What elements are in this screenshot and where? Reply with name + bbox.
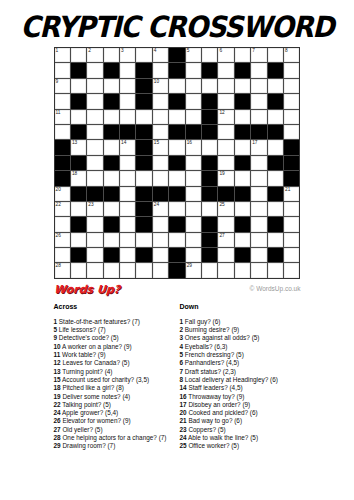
- clue-item-3: 3 Ones against all odds? (5): [180, 334, 300, 342]
- white-cell-r6c11[interactable]: [218, 125, 233, 139]
- black-cell-r2c12: [235, 63, 250, 77]
- white-cell-r3c12[interactable]: [235, 79, 250, 93]
- black-cell-r12c2: [71, 217, 86, 231]
- cell-number-19: 19: [219, 171, 224, 177]
- white-cell-r10c13[interactable]: [251, 187, 266, 201]
- black-cell-r4c6: [136, 94, 151, 108]
- cell-number-14: 14: [121, 140, 126, 146]
- white-cell-r9c9[interactable]: [186, 171, 201, 185]
- white-cell-r1c3[interactable]: 2: [87, 48, 102, 62]
- black-cell-r2c10: [202, 63, 217, 77]
- black-cell-r14c14: [268, 248, 283, 262]
- white-cell-r15c7[interactable]: [153, 263, 168, 277]
- crossword-grid[interactable]: 1234567891011121314151617181920212223242…: [54, 47, 301, 279]
- black-cell-r3c6: [136, 79, 151, 93]
- white-cell-r13c15[interactable]: [284, 233, 299, 247]
- white-cell-r14c1[interactable]: [55, 248, 70, 262]
- white-cell-r15c6[interactable]: [136, 263, 151, 277]
- white-cell-r12c1[interactable]: [55, 217, 70, 231]
- white-cell-r12c7[interactable]: [153, 217, 168, 231]
- cell-number-2: 2: [88, 48, 91, 54]
- white-cell-r11c11[interactable]: 25: [218, 202, 233, 216]
- white-cell-r7c11[interactable]: [218, 140, 233, 154]
- white-cell-r14c7[interactable]: [153, 248, 168, 262]
- white-cell-r7c2[interactable]: 13: [71, 140, 86, 154]
- white-cell-r1c7[interactable]: 4: [153, 48, 168, 62]
- white-cell-r11c1[interactable]: 22: [55, 202, 70, 216]
- white-cell-r4c5[interactable]: [120, 94, 135, 108]
- black-cell-r8c12: [235, 156, 250, 170]
- black-cell-r2c8: [169, 63, 184, 77]
- black-cell-r14c10: [202, 248, 217, 262]
- clue-item-23: 23 Coppers? (5): [180, 426, 300, 434]
- white-cell-r5c4[interactable]: [104, 110, 119, 124]
- white-cell-r8c3[interactable]: [87, 156, 102, 170]
- cell-number-26: 26: [56, 233, 61, 239]
- white-cell-r7c5[interactable]: 14: [120, 140, 135, 154]
- black-cell-r10c2: [71, 187, 86, 201]
- across-header: Across: [54, 303, 174, 310]
- cell-number-23: 23: [88, 202, 93, 208]
- white-cell-r15c13[interactable]: [251, 263, 266, 277]
- cell-number-10: 10: [154, 79, 159, 85]
- cell-number-17: 17: [252, 140, 257, 146]
- white-cell-r1c2[interactable]: [71, 48, 86, 62]
- white-cell-r7c12[interactable]: [235, 140, 250, 154]
- cell-number-21: 21: [285, 187, 290, 193]
- white-cell-r15c12[interactable]: [235, 263, 250, 277]
- clue-item-22: 22 Talking point? (5): [54, 401, 174, 409]
- white-cell-r9c2[interactable]: 18: [71, 171, 86, 185]
- black-cell-r9c10: [202, 171, 217, 185]
- black-cell-r4c12: [235, 94, 250, 108]
- black-cell-r8c15: [284, 156, 299, 170]
- white-cell-r15c1[interactable]: 28: [55, 263, 70, 277]
- white-cell-r3c7[interactable]: 10: [153, 79, 168, 93]
- white-cell-r2c13[interactable]: [251, 63, 266, 77]
- black-cell-r2c2: [71, 63, 86, 77]
- white-cell-r14c3[interactable]: [87, 248, 102, 262]
- white-cell-r5c11[interactable]: 12: [218, 110, 233, 124]
- clue-item-8: 8 Local delivery at Headingley? (6): [180, 376, 300, 384]
- black-cell-r6c13: [251, 125, 266, 139]
- black-cell-r10c14: [268, 187, 283, 201]
- white-cell-r5c14[interactable]: [268, 110, 283, 124]
- black-cell-r10c3: [87, 187, 102, 201]
- white-cell-r2c1[interactable]: [55, 63, 70, 77]
- clue-item-7: 7 Draft status? (2,3): [180, 368, 300, 376]
- cell-number-4: 4: [154, 48, 157, 54]
- cell-number-25: 25: [219, 202, 224, 208]
- white-cell-r4c7[interactable]: [153, 94, 168, 108]
- white-cell-r9c3[interactable]: [87, 171, 102, 185]
- white-cell-r14c15[interactable]: [284, 248, 299, 262]
- black-cell-r4c8: [169, 94, 184, 108]
- cell-number-11: 11: [56, 110, 61, 116]
- white-cell-r9c6[interactable]: [136, 171, 151, 185]
- white-cell-r15c14[interactable]: [268, 263, 283, 277]
- white-cell-r12c5[interactable]: [120, 217, 135, 231]
- white-cell-r4c13[interactable]: [251, 94, 266, 108]
- white-cell-r5c1[interactable]: 11: [55, 110, 70, 124]
- white-cell-r13c2[interactable]: [71, 233, 86, 247]
- black-cell-r10c4: [104, 187, 119, 201]
- white-cell-r3c5[interactable]: [120, 79, 135, 93]
- black-cell-r8c1: [55, 156, 70, 170]
- black-cell-r7c1: [55, 140, 70, 154]
- clue-item-4: 4 Eyeballs? (6,3): [180, 343, 300, 351]
- clue-item-5: 5 French dressing? (5): [180, 351, 300, 359]
- white-cell-r5c6[interactable]: [136, 110, 151, 124]
- white-cell-r11c9[interactable]: [186, 202, 201, 216]
- black-cell-r9c15: [284, 171, 299, 185]
- white-cell-r9c5[interactable]: [120, 171, 135, 185]
- black-cell-r14c8: [169, 248, 184, 262]
- white-cell-r13c13[interactable]: [251, 233, 266, 247]
- black-cell-r1c8: [169, 48, 184, 62]
- cell-number-6: 6: [219, 48, 222, 54]
- copyright-text: © WordsUp.co.uk: [250, 283, 301, 292]
- grid-wrap: 1234567891011121314151617181920212223242…: [54, 47, 301, 279]
- white-cell-r13c7[interactable]: [153, 233, 168, 247]
- white-cell-r11c10[interactable]: [202, 202, 217, 216]
- clue-item-29: 29 Drawing room? (7): [54, 442, 174, 450]
- black-cell-r2c6: [136, 63, 151, 77]
- black-cell-r12c12: [235, 217, 250, 231]
- white-cell-r1c6[interactable]: [136, 48, 151, 62]
- white-cell-r5c15[interactable]: [284, 110, 299, 124]
- white-cell-r4c1[interactable]: [55, 94, 70, 108]
- white-cell-r11c12[interactable]: [235, 202, 250, 216]
- black-cell-r14c12: [235, 248, 250, 262]
- page: CRYPTIC CROSSWORD 1234567891011121314151…: [0, 0, 354, 500]
- white-cell-r9c4[interactable]: [104, 171, 119, 185]
- black-cell-r6c9: [186, 125, 201, 139]
- white-cell-r9c11[interactable]: 19: [218, 171, 233, 185]
- black-cell-r6c8: [169, 125, 184, 139]
- white-cell-r5c7[interactable]: [153, 110, 168, 124]
- across-column: Across 1 State-of-the-art features? (7)5…: [54, 303, 174, 451]
- white-cell-r2c5[interactable]: [120, 63, 135, 77]
- white-cell-r15c3[interactable]: [87, 263, 102, 277]
- clue-item-18: 18 Pitched like a girl? (8): [54, 384, 174, 392]
- white-cell-r9c7[interactable]: [153, 171, 168, 185]
- black-cell-r8c8: [169, 156, 184, 170]
- clue-item-15: 15 Account used for charity? (3,5): [54, 376, 174, 384]
- clue-item-10: 10 A worker on a plane? (9): [54, 343, 174, 351]
- white-cell-r12c9[interactable]: [186, 217, 201, 231]
- white-cell-r3c9[interactable]: [186, 79, 201, 93]
- clue-item-1: 1 State-of-the-art features? (7): [54, 318, 174, 326]
- cell-number-20: 20: [56, 187, 61, 193]
- white-cell-r7c14[interactable]: [268, 140, 283, 154]
- black-cell-r7c6: [136, 140, 151, 154]
- black-cell-r6c6: [136, 125, 151, 139]
- white-cell-r6c15[interactable]: [284, 125, 299, 139]
- white-cell-r12c11[interactable]: [218, 217, 233, 231]
- white-cell-r3c10[interactable]: [202, 79, 217, 93]
- white-cell-r4c15[interactable]: [284, 94, 299, 108]
- black-cell-r12c10: [202, 217, 217, 231]
- black-cell-r8c4: [104, 156, 119, 170]
- white-cell-r7c7[interactable]: 15: [153, 140, 168, 154]
- white-cell-r4c3[interactable]: [87, 94, 102, 108]
- white-cell-r8c7[interactable]: [153, 156, 168, 170]
- cell-number-18: 18: [72, 171, 77, 177]
- white-cell-r5c12[interactable]: [235, 110, 250, 124]
- white-cell-r11c5[interactable]: [120, 202, 135, 216]
- black-cell-r8c10: [202, 156, 217, 170]
- cell-number-22: 22: [56, 202, 61, 208]
- white-cell-r5c9[interactable]: [186, 110, 201, 124]
- black-cell-r15c8: [169, 263, 184, 277]
- white-cell-r11c3[interactable]: 23: [87, 202, 102, 216]
- white-cell-r11c7[interactable]: 24: [153, 202, 168, 216]
- black-cell-r6c2: [71, 125, 86, 139]
- black-cell-r8c14: [268, 156, 283, 170]
- white-cell-r4c11[interactable]: [218, 94, 233, 108]
- clue-item-2: 2 Burning desire? (9): [180, 326, 300, 334]
- cell-number-15: 15: [154, 140, 159, 146]
- white-cell-r1c15[interactable]: 8: [284, 48, 299, 62]
- white-cell-r15c11[interactable]: [218, 263, 233, 277]
- white-cell-r14c5[interactable]: [120, 248, 135, 262]
- white-cell-r13c3[interactable]: [87, 233, 102, 247]
- white-cell-r2c15[interactable]: [284, 63, 299, 77]
- clue-item-13: 13 Turning point? (4): [54, 368, 174, 376]
- white-cell-r5c5[interactable]: [120, 110, 135, 124]
- white-cell-r3c1[interactable]: 9: [55, 79, 70, 93]
- white-cell-r2c7[interactable]: [153, 63, 168, 77]
- white-cell-r3c14[interactable]: [268, 79, 283, 93]
- black-cell-r14c4: [104, 248, 119, 262]
- page-title: CRYPTIC CROSSWORD: [0, 0, 354, 43]
- black-cell-r9c1: [55, 171, 70, 185]
- white-cell-r5c8[interactable]: [169, 110, 184, 124]
- white-cell-r7c3[interactable]: [87, 140, 102, 154]
- white-cell-r5c3[interactable]: [87, 110, 102, 124]
- white-cell-r11c2[interactable]: [71, 202, 86, 216]
- clue-item-14: 14 Staff leaders? (4,5): [180, 384, 300, 392]
- cell-number-9: 9: [56, 79, 59, 85]
- cell-number-1: 1: [56, 48, 59, 54]
- white-cell-r11c14[interactable]: [268, 202, 283, 216]
- white-cell-r9c13[interactable]: [251, 171, 266, 185]
- black-cell-r8c6: [136, 156, 151, 170]
- white-cell-r8c13[interactable]: [251, 156, 266, 170]
- clue-item-21: 21 Bad way to go? (6): [180, 417, 300, 425]
- black-cell-r10c7: [153, 187, 168, 201]
- black-cell-r6c10: [202, 125, 217, 139]
- white-cell-r13c8[interactable]: [169, 233, 184, 247]
- black-cell-r6c14: [268, 125, 283, 139]
- white-cell-r10c9[interactable]: [186, 187, 201, 201]
- white-cell-r13c6[interactable]: [136, 233, 151, 247]
- white-cell-r15c9[interactable]: 29: [186, 263, 201, 277]
- white-cell-r13c4[interactable]: [104, 233, 119, 247]
- black-cell-r10c11: [218, 187, 233, 201]
- across-clues-list: 1 State-of-the-art features? (7)5 Life l…: [54, 318, 174, 451]
- black-cell-r14c6: [136, 248, 151, 262]
- white-cell-r12c15[interactable]: [284, 217, 299, 231]
- black-cell-r2c14: [268, 63, 283, 77]
- white-cell-r1c4[interactable]: [104, 48, 119, 62]
- black-cell-r4c2: [71, 94, 86, 108]
- brand-row: Words Up? © WordsUp.co.uk: [54, 283, 301, 296]
- white-cell-r2c9[interactable]: [186, 63, 201, 77]
- white-cell-r13c11[interactable]: 27: [218, 233, 233, 247]
- white-cell-r8c9[interactable]: [186, 156, 201, 170]
- clue-item-12: 12 Leaves for Canada? (5): [54, 359, 174, 367]
- clue-item-20: 20 Cooked and pickled? (6): [180, 409, 300, 417]
- white-cell-r10c5[interactable]: [120, 187, 135, 201]
- white-cell-r3c13[interactable]: [251, 79, 266, 93]
- black-cell-r6c12: [235, 125, 250, 139]
- white-cell-r13c14[interactable]: [268, 233, 283, 247]
- white-cell-r9c8[interactable]: [169, 171, 184, 185]
- clue-item-28: 28 One helping actors for a change? (7): [54, 434, 174, 442]
- white-cell-r7c4[interactable]: [104, 140, 119, 154]
- black-cell-r8c2: [71, 156, 86, 170]
- cell-number-16: 16: [187, 140, 192, 146]
- cell-number-24: 24: [154, 202, 159, 208]
- white-cell-r3c8[interactable]: [169, 79, 184, 93]
- black-cell-r10c8: [169, 187, 184, 201]
- white-cell-r10c15[interactable]: 21: [284, 187, 299, 201]
- white-cell-r15c2[interactable]: [71, 263, 86, 277]
- white-cell-r7c13[interactable]: 17: [251, 140, 266, 154]
- white-cell-r14c11[interactable]: [218, 248, 233, 262]
- down-clues-list: 1 Fall guy? (6)2 Burning desire? (9)3 On…: [180, 318, 300, 451]
- white-cell-r9c12[interactable]: [235, 171, 250, 185]
- white-cell-r3c4[interactable]: [104, 79, 119, 93]
- cell-number-7: 7: [252, 48, 255, 54]
- white-cell-r3c3[interactable]: [87, 79, 102, 93]
- white-cell-r12c13[interactable]: [251, 217, 266, 231]
- clue-item-24: 24 Able to walk the line? (5): [180, 434, 300, 442]
- white-cell-r12c3[interactable]: [87, 217, 102, 231]
- clue-item-6: 6 Panhandlers? (4,5): [180, 359, 300, 367]
- white-cell-r9c14[interactable]: [268, 171, 283, 185]
- white-cell-r11c13[interactable]: [251, 202, 266, 216]
- cell-number-5: 5: [187, 48, 190, 54]
- black-cell-r6c5: [120, 125, 135, 139]
- clue-item-25: 25 Office worker? (5): [180, 442, 300, 450]
- white-cell-r7c9[interactable]: 16: [186, 140, 201, 154]
- words-up-logo: Words Up?: [53, 283, 120, 296]
- white-cell-r1c5[interactable]: 3: [120, 48, 135, 62]
- black-cell-r4c10: [202, 94, 217, 108]
- clue-section: Across 1 State-of-the-art features? (7)5…: [54, 303, 301, 451]
- clue-item-16: 16 Throwaway toy? (9): [180, 393, 300, 401]
- white-cell-r13c12[interactable]: [235, 233, 250, 247]
- white-cell-r14c9[interactable]: [186, 248, 201, 262]
- white-cell-r11c4[interactable]: [104, 202, 119, 216]
- black-cell-r6c4: [104, 125, 119, 139]
- white-cell-r8c5[interactable]: [120, 156, 135, 170]
- clue-item-26: 26 Elevator for women? (9): [54, 417, 174, 425]
- down-column: Down 1 Fall guy? (6)2 Burning desire? (9…: [180, 303, 300, 451]
- black-cell-r7c15: [284, 140, 299, 154]
- white-cell-r15c15[interactable]: [284, 263, 299, 277]
- white-cell-r13c1[interactable]: 26: [55, 233, 70, 247]
- cell-number-8: 8: [285, 48, 288, 54]
- clue-item-9: 9 Detective's code? (5): [54, 334, 174, 342]
- white-cell-r1c12[interactable]: [235, 48, 250, 62]
- black-cell-r4c4: [104, 94, 119, 108]
- white-cell-r4c9[interactable]: [186, 94, 201, 108]
- black-cell-r4c14: [268, 94, 283, 108]
- white-cell-r5c2[interactable]: [71, 110, 86, 124]
- white-cell-r6c7[interactable]: [153, 125, 168, 139]
- white-cell-r1c10[interactable]: [202, 48, 217, 62]
- clue-item-5: 5 Life lessons? (7): [54, 326, 174, 334]
- clue-item-17: 17 Disobey an order? (9): [180, 401, 300, 409]
- white-cell-r14c13[interactable]: [251, 248, 266, 262]
- black-cell-r11c6: [136, 202, 151, 216]
- cell-number-13: 13: [72, 140, 77, 146]
- white-cell-r3c15[interactable]: [284, 79, 299, 93]
- white-cell-r10c1[interactable]: 20: [55, 187, 70, 201]
- black-cell-r12c14: [268, 217, 283, 231]
- white-cell-r8c11[interactable]: [218, 156, 233, 170]
- black-cell-r12c6: [136, 217, 151, 231]
- white-cell-r15c10[interactable]: [202, 263, 217, 277]
- white-cell-r6c3[interactable]: [87, 125, 102, 139]
- black-cell-r12c4: [104, 217, 119, 231]
- white-cell-r1c1[interactable]: 1: [55, 48, 70, 62]
- white-cell-r15c4[interactable]: [104, 263, 119, 277]
- white-cell-r7c10[interactable]: [202, 140, 217, 154]
- white-cell-r5c13[interactable]: [251, 110, 266, 124]
- clue-item-11: 11 Work table? (9): [54, 351, 174, 359]
- cell-number-12: 12: [219, 110, 224, 116]
- white-cell-r13c5[interactable]: [120, 233, 135, 247]
- white-cell-r1c13[interactable]: 7: [251, 48, 266, 62]
- white-cell-r13c9[interactable]: [186, 233, 201, 247]
- white-cell-r3c11[interactable]: [218, 79, 233, 93]
- white-cell-r7c8[interactable]: [169, 140, 184, 154]
- black-cell-r10c12: [235, 187, 250, 201]
- white-cell-r3c2[interactable]: [71, 79, 86, 93]
- cell-number-27: 27: [219, 233, 224, 239]
- black-cell-r13c10: [202, 233, 217, 247]
- white-cell-r2c3[interactable]: [87, 63, 102, 77]
- black-cell-r10c10: [202, 187, 217, 201]
- white-cell-r11c8[interactable]: [169, 202, 184, 216]
- black-cell-r5c10: [202, 110, 217, 124]
- black-cell-r12c8: [169, 217, 184, 231]
- white-cell-r1c9[interactable]: 5: [186, 48, 201, 62]
- cell-number-29: 29: [187, 263, 192, 269]
- clue-item-19: 19 Deliver some notes? (4): [54, 393, 174, 401]
- cell-number-28: 28: [56, 263, 61, 269]
- white-cell-r11c15[interactable]: [284, 202, 299, 216]
- cell-number-3: 3: [121, 48, 124, 54]
- clue-item-27: 27 Old yeller? (5): [54, 426, 174, 434]
- black-cell-r2c4: [104, 63, 119, 77]
- white-cell-r15c5[interactable]: [120, 263, 135, 277]
- white-cell-r1c14[interactable]: [268, 48, 283, 62]
- white-cell-r6c1[interactable]: [55, 125, 70, 139]
- black-cell-r14c2: [71, 248, 86, 262]
- white-cell-r2c11[interactable]: [218, 63, 233, 77]
- black-cell-r10c6: [136, 187, 151, 201]
- down-header: Down: [180, 303, 300, 310]
- white-cell-r1c11[interactable]: 6: [218, 48, 233, 62]
- clue-item-1: 1 Fall guy? (6): [180, 318, 300, 326]
- clue-item-24: 24 Apple grower? (5,4): [54, 409, 174, 417]
